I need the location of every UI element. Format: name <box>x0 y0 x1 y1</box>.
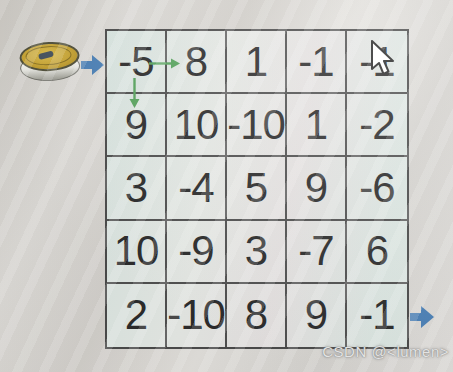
cell-r2c5: -2 <box>347 94 407 157</box>
cell-r4c2: -9 <box>167 221 227 284</box>
cell-r3c1: 3 <box>107 157 167 220</box>
coin-icon <box>18 40 84 89</box>
cell-r5c2: -10 <box>167 284 227 347</box>
cell-r4c4: -7 <box>287 221 347 284</box>
cell-r1c4: -1 <box>287 31 347 94</box>
cell-r3c5: -6 <box>347 157 407 220</box>
cell-r4c3: 3 <box>227 221 287 284</box>
cell-r3c4: 9 <box>287 157 347 220</box>
cell-r5c3: 8 <box>227 284 287 347</box>
hint-arrow-down-icon <box>127 76 142 109</box>
cell-r5c5: -1 <box>347 284 407 347</box>
hint-arrow-right-icon <box>147 56 181 71</box>
cell-r2c2: 10 <box>167 94 227 157</box>
cell-r2c3: -10 <box>227 94 287 157</box>
mouse-cursor-icon <box>370 40 398 78</box>
cell-r4c5: 6 <box>347 221 407 284</box>
cell-r5c4: 9 <box>287 284 347 347</box>
cell-r3c3: 5 <box>227 157 287 220</box>
cell-r5c1: 2 <box>107 284 167 347</box>
exit-arrow-icon <box>410 305 435 329</box>
cell-r1c3: 1 <box>227 31 287 94</box>
cell-r2c4: 1 <box>287 94 347 157</box>
cell-r4c1: 10 <box>107 221 167 284</box>
watermark-text: CSDN @<lumen> <box>322 343 449 360</box>
screenshot-stage: -581-1-1910-101-23-459-610-93-762-1089-1… <box>0 0 453 372</box>
entry-arrow-icon <box>81 54 105 76</box>
cell-r3c2: -4 <box>167 157 227 220</box>
puzzle-grid: -581-1-1910-101-23-459-610-93-762-1089-1 <box>105 29 409 349</box>
